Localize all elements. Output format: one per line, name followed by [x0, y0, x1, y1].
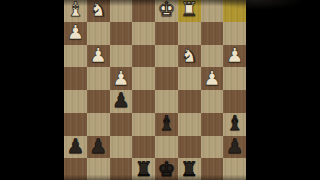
square-b4[interactable]: ♟	[201, 67, 224, 90]
square-h2[interactable]: ♟	[64, 22, 87, 45]
square-b3[interactable]	[201, 45, 224, 68]
piece-white-pawn[interactable]: ♟	[203, 68, 221, 88]
square-c5[interactable]	[178, 90, 201, 113]
piece-white-pawn[interactable]: ♟	[226, 45, 244, 65]
piece-black-rook[interactable]: ♜	[135, 159, 153, 179]
square-a6[interactable]: ♝	[223, 113, 246, 136]
square-b8[interactable]	[201, 158, 224, 180]
square-a8[interactable]	[223, 158, 246, 180]
video-frame: ♝♞♚♜♟♟♞♟♟♟♟♝♝♟♟♟♜♚♜	[0, 0, 320, 180]
square-g2[interactable]	[87, 22, 110, 45]
square-d1[interactable]: ♚	[155, 0, 178, 22]
square-c4[interactable]	[178, 67, 201, 90]
square-d5[interactable]	[155, 90, 178, 113]
piece-white-pawn[interactable]: ♟	[66, 22, 84, 42]
square-h5[interactable]	[64, 90, 87, 113]
piece-white-king[interactable]: ♚	[157, 0, 175, 19]
square-f8[interactable]	[110, 158, 133, 180]
square-d3[interactable]	[155, 45, 178, 68]
square-c3[interactable]: ♞	[178, 45, 201, 68]
square-c6[interactable]	[178, 113, 201, 136]
square-d6[interactable]: ♝	[155, 113, 178, 136]
square-e5[interactable]	[132, 90, 155, 113]
piece-black-pawn[interactable]: ♟	[89, 136, 107, 156]
square-d4[interactable]	[155, 67, 178, 90]
square-a4[interactable]	[223, 67, 246, 90]
square-h6[interactable]	[64, 113, 87, 136]
piece-black-pawn[interactable]: ♟	[66, 136, 84, 156]
square-f2[interactable]	[110, 22, 133, 45]
square-e7[interactable]	[132, 136, 155, 159]
square-f1[interactable]	[110, 0, 133, 22]
square-c8[interactable]: ♜	[178, 158, 201, 180]
piece-white-knight[interactable]: ♞	[180, 45, 198, 65]
square-a1[interactable]	[223, 0, 246, 22]
square-e2[interactable]	[132, 22, 155, 45]
square-b7[interactable]	[201, 136, 224, 159]
piece-black-pawn[interactable]: ♟	[226, 136, 244, 156]
piece-black-king[interactable]: ♚	[157, 159, 175, 179]
square-f3[interactable]	[110, 45, 133, 68]
square-b5[interactable]	[201, 90, 224, 113]
piece-black-bishop[interactable]: ♝	[226, 113, 244, 133]
square-e3[interactable]	[132, 45, 155, 68]
square-g1[interactable]: ♞	[87, 0, 110, 22]
square-f7[interactable]	[110, 136, 133, 159]
square-f4[interactable]: ♟	[110, 67, 133, 90]
square-h7[interactable]: ♟	[64, 136, 87, 159]
piece-black-pawn[interactable]: ♟	[112, 90, 130, 110]
square-g8[interactable]	[87, 158, 110, 180]
square-g5[interactable]	[87, 90, 110, 113]
piece-white-pawn[interactable]: ♟	[89, 45, 107, 65]
square-h1[interactable]: ♝	[64, 0, 87, 22]
square-c2[interactable]	[178, 22, 201, 45]
square-g7[interactable]: ♟	[87, 136, 110, 159]
square-c7[interactable]	[178, 136, 201, 159]
square-h8[interactable]	[64, 158, 87, 180]
square-f5[interactable]: ♟	[110, 90, 133, 113]
square-h4[interactable]	[64, 67, 87, 90]
square-b1[interactable]	[201, 0, 224, 22]
piece-white-knight[interactable]: ♞	[89, 0, 107, 19]
square-f6[interactable]	[110, 113, 133, 136]
square-g4[interactable]	[87, 67, 110, 90]
square-e6[interactable]	[132, 113, 155, 136]
piece-white-bishop[interactable]: ♝	[66, 0, 84, 19]
square-d2[interactable]	[155, 22, 178, 45]
square-b2[interactable]	[201, 22, 224, 45]
square-e1[interactable]	[132, 0, 155, 22]
chess-board: ♝♞♚♜♟♟♞♟♟♟♟♝♝♟♟♟♜♚♜	[64, 0, 246, 180]
piece-white-pawn[interactable]: ♟	[112, 68, 130, 88]
square-g6[interactable]	[87, 113, 110, 136]
piece-white-rook[interactable]: ♜	[180, 0, 198, 19]
square-e4[interactable]	[132, 67, 155, 90]
square-g3[interactable]: ♟	[87, 45, 110, 68]
square-a2[interactable]	[223, 22, 246, 45]
piece-black-rook[interactable]: ♜	[180, 159, 198, 179]
square-d7[interactable]	[155, 136, 178, 159]
square-c1[interactable]: ♜	[178, 0, 201, 22]
piece-black-bishop[interactable]: ♝	[157, 113, 175, 133]
square-a3[interactable]: ♟	[223, 45, 246, 68]
square-d8[interactable]: ♚	[155, 158, 178, 180]
square-e8[interactable]: ♜	[132, 158, 155, 180]
square-a5[interactable]	[223, 90, 246, 113]
square-h3[interactable]	[64, 45, 87, 68]
square-b6[interactable]	[201, 113, 224, 136]
square-a7[interactable]: ♟	[223, 136, 246, 159]
